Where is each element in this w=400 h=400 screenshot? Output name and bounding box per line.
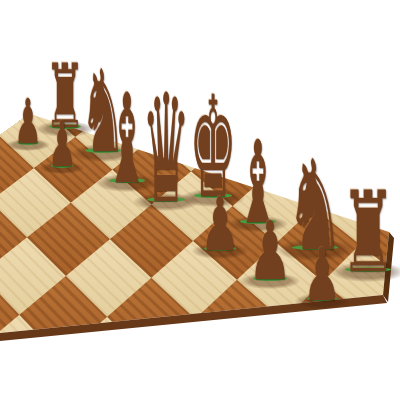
square-r7c6[interactable] bbox=[104, 360, 198, 400]
square-r6c7[interactable] bbox=[198, 362, 292, 400]
piece-queen-d1[interactable]: ♛ bbox=[142, 74, 190, 224]
chess-set-photo: ♟♜♟♞♝♛♚♝♟♟♞♜♟ bbox=[0, 0, 400, 400]
square-r8c5[interactable] bbox=[11, 358, 104, 400]
piece-pawn-b2[interactable]: ♟ bbox=[48, 113, 76, 176]
square-r5c8[interactable] bbox=[291, 365, 385, 400]
piece-pawn-g2[interactable]: ♟ bbox=[248, 211, 292, 292]
square-r4c8[interactable] bbox=[333, 323, 400, 400]
square-r6c6[interactable] bbox=[151, 319, 242, 400]
piece-pawn-h2[interactable]: ♟ bbox=[303, 238, 341, 311]
piece-pawn-f2[interactable]: ♟ bbox=[200, 187, 240, 261]
square-r5c7[interactable] bbox=[242, 321, 333, 400]
square-r1c1[interactable] bbox=[152, 1, 222, 52]
piece-rook-h1[interactable]: ♜ bbox=[340, 176, 396, 288]
piece-pawn-a2[interactable]: ♟ bbox=[14, 91, 42, 153]
